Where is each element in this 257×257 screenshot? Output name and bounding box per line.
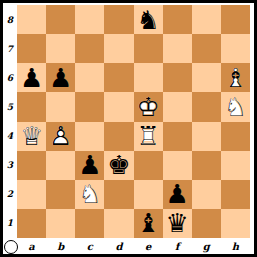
square-h2[interactable] — [221, 180, 250, 209]
file-labels: abcdefgh — [17, 239, 250, 254]
piece-black-pawn[interactable]: ♟ — [46, 63, 75, 92]
square-g6[interactable] — [192, 63, 221, 92]
square-e6[interactable] — [134, 63, 163, 92]
square-c6[interactable] — [75, 63, 104, 92]
square-a4[interactable]: ♛♕ — [17, 122, 46, 151]
square-c8[interactable] — [75, 5, 104, 34]
square-e2[interactable] — [134, 180, 163, 209]
square-h8[interactable] — [221, 5, 250, 34]
square-d7[interactable] — [104, 34, 133, 63]
piece-outline-layer: ♔ — [134, 92, 163, 121]
square-a5[interactable] — [17, 92, 46, 121]
square-d4[interactable] — [104, 122, 133, 151]
square-g3[interactable] — [192, 151, 221, 180]
square-h1[interactable] — [221, 209, 250, 238]
square-h6[interactable]: ♝♗ — [221, 63, 250, 92]
rank-label-7: 7 — [3, 34, 17, 63]
square-h3[interactable] — [221, 151, 250, 180]
piece-outline-layer: ♙ — [46, 122, 75, 151]
piece-outline-layer: ♕ — [17, 122, 46, 151]
piece-black-queen[interactable]: ♛ — [163, 209, 192, 238]
piece-outline-layer: ♘ — [221, 92, 250, 121]
file-label-e: e — [134, 239, 163, 254]
piece-white-king[interactable]: ♚♔ — [134, 92, 163, 121]
square-g8[interactable] — [192, 5, 221, 34]
square-a7[interactable] — [17, 34, 46, 63]
square-c2[interactable]: ♞♘ — [75, 180, 104, 209]
square-a3[interactable] — [17, 151, 46, 180]
square-d5[interactable] — [104, 92, 133, 121]
piece-white-knight[interactable]: ♞♘ — [221, 92, 250, 121]
chess-board: ♞♟♟♝♗♚♔♞♘♛♕♟♙♜♖♟♚♞♘♟♝♛ — [17, 5, 250, 238]
square-b1[interactable] — [46, 209, 75, 238]
square-f1[interactable]: ♛ — [163, 209, 192, 238]
file-label-b: b — [46, 239, 75, 254]
square-d3[interactable]: ♚ — [104, 151, 133, 180]
piece-black-king[interactable]: ♚ — [104, 151, 133, 180]
rank-label-4: 4 — [3, 122, 17, 151]
rank-label-6: 6 — [3, 63, 17, 92]
square-f5[interactable] — [163, 92, 192, 121]
square-h5[interactable]: ♞♘ — [221, 92, 250, 121]
file-label-f: f — [163, 239, 192, 254]
square-e7[interactable] — [134, 34, 163, 63]
square-g4[interactable] — [192, 122, 221, 151]
square-c5[interactable] — [75, 92, 104, 121]
chess-diagram: ♞♟♟♝♗♚♔♞♘♛♕♟♙♜♖♟♚♞♘♟♝♛ 87654321 abcdefgh — [0, 0, 257, 257]
square-c3[interactable]: ♟ — [75, 151, 104, 180]
rank-label-8: 8 — [3, 5, 17, 34]
square-d2[interactable] — [104, 180, 133, 209]
square-f2[interactable]: ♟ — [163, 180, 192, 209]
square-a2[interactable] — [17, 180, 46, 209]
rank-label-5: 5 — [3, 92, 17, 121]
square-e8[interactable]: ♞ — [134, 5, 163, 34]
rank-label-1: 1 — [3, 209, 17, 238]
square-d1[interactable] — [104, 209, 133, 238]
square-c4[interactable] — [75, 122, 104, 151]
rank-label-3: 3 — [3, 151, 17, 180]
square-f6[interactable] — [163, 63, 192, 92]
square-b5[interactable] — [46, 92, 75, 121]
square-e5[interactable]: ♚♔ — [134, 92, 163, 121]
piece-white-knight[interactable]: ♞♘ — [75, 180, 104, 209]
piece-white-bishop[interactable]: ♝♗ — [221, 63, 250, 92]
square-f3[interactable] — [163, 151, 192, 180]
square-f4[interactable] — [163, 122, 192, 151]
file-label-d: d — [104, 239, 133, 254]
square-a6[interactable]: ♟ — [17, 63, 46, 92]
piece-black-pawn[interactable]: ♟ — [17, 63, 46, 92]
piece-white-rook[interactable]: ♜♖ — [134, 122, 163, 151]
rank-label-2: 2 — [3, 180, 17, 209]
file-label-h: h — [221, 239, 250, 254]
square-b6[interactable]: ♟ — [46, 63, 75, 92]
square-b7[interactable] — [46, 34, 75, 63]
square-e4[interactable]: ♜♖ — [134, 122, 163, 151]
square-b4[interactable]: ♟♙ — [46, 122, 75, 151]
square-f8[interactable] — [163, 5, 192, 34]
file-label-a: a — [17, 239, 46, 254]
square-a8[interactable] — [17, 5, 46, 34]
square-c1[interactable] — [75, 209, 104, 238]
file-label-g: g — [192, 239, 221, 254]
white-to-move-indicator — [4, 240, 18, 254]
square-e3[interactable] — [134, 151, 163, 180]
piece-outline-layer: ♘ — [75, 180, 104, 209]
piece-black-pawn[interactable]: ♟ — [163, 180, 192, 209]
piece-white-queen[interactable]: ♛♕ — [17, 122, 46, 151]
rank-labels: 87654321 — [3, 5, 17, 238]
square-f7[interactable] — [163, 34, 192, 63]
square-g1[interactable] — [192, 209, 221, 238]
square-e1[interactable]: ♝ — [134, 209, 163, 238]
square-b3[interactable] — [46, 151, 75, 180]
square-d8[interactable] — [104, 5, 133, 34]
piece-white-pawn[interactable]: ♟♙ — [46, 122, 75, 151]
piece-black-knight[interactable]: ♞ — [134, 5, 163, 34]
square-d6[interactable] — [104, 63, 133, 92]
piece-black-pawn[interactable]: ♟ — [75, 151, 104, 180]
square-b8[interactable] — [46, 5, 75, 34]
piece-outline-layer: ♗ — [221, 63, 250, 92]
square-h7[interactable] — [221, 34, 250, 63]
piece-black-bishop[interactable]: ♝ — [134, 209, 163, 238]
piece-outline-layer: ♖ — [134, 122, 163, 151]
square-g7[interactable] — [192, 34, 221, 63]
square-h4[interactable] — [221, 122, 250, 151]
square-a1[interactable] — [17, 209, 46, 238]
square-b2[interactable] — [46, 180, 75, 209]
square-g5[interactable] — [192, 92, 221, 121]
file-label-c: c — [75, 239, 104, 254]
square-c7[interactable] — [75, 34, 104, 63]
square-g2[interactable] — [192, 180, 221, 209]
